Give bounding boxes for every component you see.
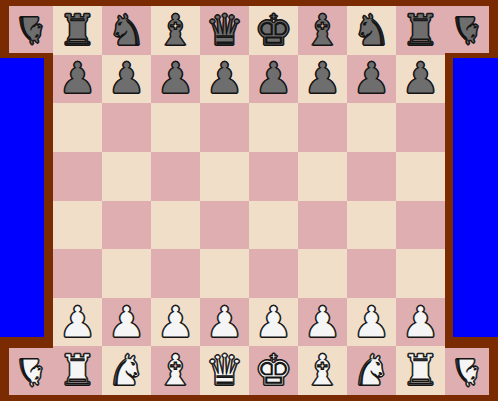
piece-white-pawn[interactable]: ♟ [156, 301, 195, 344]
square-f7[interactable]: ♟ [298, 55, 347, 104]
piece-white-pawn[interactable]: ♟ [58, 301, 97, 344]
square-b1[interactable]: ♞ [102, 346, 151, 395]
square-d3[interactable] [200, 249, 249, 298]
piece-black-bishop[interactable]: ♝ [156, 9, 195, 52]
square-h1[interactable]: ♜ [396, 346, 445, 395]
chess-board: ♜♞♝♛♚♝♞♜♟♟♟♟♟♟♟♟♟♟♟♟♟♟♟♟♜♞♝♛♚♝♞♜ [53, 6, 445, 395]
left-side-panel [0, 58, 44, 337]
square-d8[interactable]: ♛ [200, 6, 249, 55]
square-d6[interactable] [200, 103, 249, 152]
piece-black-rook[interactable]: ♜ [58, 9, 97, 52]
square-f8[interactable]: ♝ [298, 6, 347, 55]
corner-cell-bottom-right: ♞ [445, 348, 489, 395]
square-g8[interactable]: ♞ [347, 6, 396, 55]
piece-black-pawn[interactable]: ♟ [401, 57, 440, 100]
square-h6[interactable] [396, 103, 445, 152]
square-c3[interactable] [151, 249, 200, 298]
square-d2[interactable]: ♟ [200, 298, 249, 347]
square-d1[interactable]: ♛ [200, 346, 249, 395]
square-b2[interactable]: ♟ [102, 298, 151, 347]
square-a7[interactable]: ♟ [53, 55, 102, 104]
piece-white-pawn[interactable]: ♟ [205, 301, 244, 344]
piece-black-pawn[interactable]: ♟ [107, 57, 146, 100]
piece-black-pawn[interactable]: ♟ [303, 57, 342, 100]
square-g5[interactable] [347, 152, 396, 201]
piece-black-queen[interactable]: ♛ [205, 9, 244, 52]
square-h8[interactable]: ♜ [396, 6, 445, 55]
square-b4[interactable] [102, 201, 151, 250]
rotated-white-knight-icon: ♞ [450, 353, 484, 391]
square-a5[interactable] [53, 152, 102, 201]
square-f3[interactable] [298, 249, 347, 298]
corner-cell-bottom-left: ♞ [9, 348, 53, 395]
rotated-black-knight-icon: ♞ [14, 11, 48, 49]
piece-black-knight[interactable]: ♞ [107, 9, 146, 52]
square-e7[interactable]: ♟ [249, 55, 298, 104]
square-b8[interactable]: ♞ [102, 6, 151, 55]
corner-cell-top-right: ♞ [445, 6, 489, 53]
piece-black-bishop[interactable]: ♝ [303, 9, 342, 52]
rotated-white-knight-icon: ♞ [14, 353, 48, 391]
piece-black-pawn[interactable]: ♟ [254, 57, 293, 100]
square-b7[interactable]: ♟ [102, 55, 151, 104]
piece-white-queen[interactable]: ♛ [205, 349, 244, 392]
piece-white-king[interactable]: ♚ [254, 349, 293, 392]
square-b3[interactable] [102, 249, 151, 298]
piece-white-pawn[interactable]: ♟ [352, 301, 391, 344]
square-e4[interactable] [249, 201, 298, 250]
square-h3[interactable] [396, 249, 445, 298]
square-g6[interactable] [347, 103, 396, 152]
square-b5[interactable] [102, 152, 151, 201]
piece-black-pawn[interactable]: ♟ [205, 57, 244, 100]
square-e8[interactable]: ♚ [249, 6, 298, 55]
square-h7[interactable]: ♟ [396, 55, 445, 104]
piece-white-rook[interactable]: ♜ [58, 349, 97, 392]
square-h4[interactable] [396, 201, 445, 250]
corner-cell-top-left: ♞ [9, 6, 53, 53]
square-c8[interactable]: ♝ [151, 6, 200, 55]
square-f1[interactable]: ♝ [298, 346, 347, 395]
square-e2[interactable]: ♟ [249, 298, 298, 347]
square-g2[interactable]: ♟ [347, 298, 396, 347]
square-e5[interactable] [249, 152, 298, 201]
square-b6[interactable] [102, 103, 151, 152]
square-g7[interactable]: ♟ [347, 55, 396, 104]
piece-white-bishop[interactable]: ♝ [156, 349, 195, 392]
piece-white-pawn[interactable]: ♟ [254, 301, 293, 344]
square-c5[interactable] [151, 152, 200, 201]
square-c6[interactable] [151, 103, 200, 152]
piece-black-king[interactable]: ♚ [254, 9, 293, 52]
piece-black-knight[interactable]: ♞ [352, 9, 391, 52]
right-side-panel [453, 58, 498, 337]
piece-white-pawn[interactable]: ♟ [107, 301, 146, 344]
square-f2[interactable]: ♟ [298, 298, 347, 347]
square-d5[interactable] [200, 152, 249, 201]
piece-white-bishop[interactable]: ♝ [303, 349, 342, 392]
square-c2[interactable]: ♟ [151, 298, 200, 347]
square-a1[interactable]: ♜ [53, 346, 102, 395]
piece-black-rook[interactable]: ♜ [401, 9, 440, 52]
square-g1[interactable]: ♞ [347, 346, 396, 395]
piece-black-pawn[interactable]: ♟ [58, 57, 97, 100]
piece-white-knight[interactable]: ♞ [107, 349, 146, 392]
square-c4[interactable] [151, 201, 200, 250]
square-a4[interactable] [53, 201, 102, 250]
piece-black-pawn[interactable]: ♟ [156, 57, 195, 100]
piece-white-knight[interactable]: ♞ [352, 349, 391, 392]
square-e1[interactable]: ♚ [249, 346, 298, 395]
chess-app-window: ♞ ♞ ♞ ♞ ♜♞♝♛♚♝♞♜♟♟♟♟♟♟♟♟♟♟♟♟♟♟♟♟♜♞♝♛♚♝♞♜ [0, 0, 498, 401]
square-d7[interactable]: ♟ [200, 55, 249, 104]
square-g4[interactable] [347, 201, 396, 250]
square-g3[interactable] [347, 249, 396, 298]
square-e3[interactable] [249, 249, 298, 298]
square-e6[interactable] [249, 103, 298, 152]
square-a8[interactable]: ♜ [53, 6, 102, 55]
square-c1[interactable]: ♝ [151, 346, 200, 395]
piece-black-pawn[interactable]: ♟ [352, 57, 391, 100]
square-c7[interactable]: ♟ [151, 55, 200, 104]
rotated-black-knight-icon: ♞ [450, 11, 484, 49]
piece-white-pawn[interactable]: ♟ [401, 301, 440, 344]
square-a3[interactable] [53, 249, 102, 298]
piece-white-pawn[interactable]: ♟ [303, 301, 342, 344]
square-h5[interactable] [396, 152, 445, 201]
square-d4[interactable] [200, 201, 249, 250]
square-f6[interactable] [298, 103, 347, 152]
piece-white-rook[interactable]: ♜ [401, 349, 440, 392]
square-f5[interactable] [298, 152, 347, 201]
square-f4[interactable] [298, 201, 347, 250]
square-a2[interactable]: ♟ [53, 298, 102, 347]
square-a6[interactable] [53, 103, 102, 152]
square-h2[interactable]: ♟ [396, 298, 445, 347]
